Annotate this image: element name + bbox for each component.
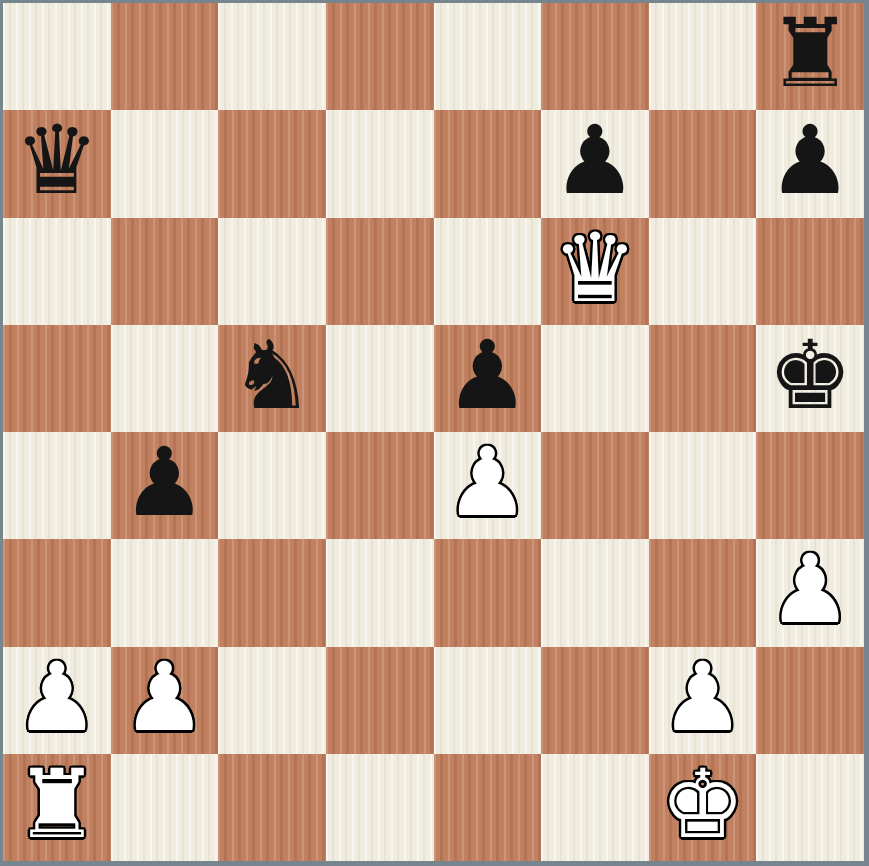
square-g6[interactable] [649,218,757,325]
square-f2[interactable] [541,647,649,754]
square-a3[interactable] [3,539,111,646]
square-b4[interactable]: ♟ [111,432,219,539]
white-pawn-icon[interactable]: ♟ [445,435,530,530]
square-d7[interactable] [326,110,434,217]
black-king-icon[interactable]: ♚ [768,328,853,423]
square-b2[interactable]: ♟ [111,647,219,754]
square-b1[interactable] [111,754,219,861]
square-c1[interactable] [218,754,326,861]
square-h3[interactable]: ♟ [756,539,864,646]
square-b8[interactable] [111,3,219,110]
white-rook-icon[interactable]: ♜ [14,757,99,852]
square-e4[interactable]: ♟ [434,432,542,539]
square-h5[interactable]: ♚ [756,325,864,432]
square-a1[interactable]: ♜ [3,754,111,861]
square-d1[interactable] [326,754,434,861]
square-h1[interactable] [756,754,864,861]
square-e7[interactable] [434,110,542,217]
white-pawn-icon[interactable]: ♟ [14,650,99,745]
square-d4[interactable] [326,432,434,539]
white-queen-icon[interactable]: ♛ [552,221,637,316]
square-d3[interactable] [326,539,434,646]
white-pawn-icon[interactable]: ♟ [768,542,853,637]
square-c6[interactable] [218,218,326,325]
square-f4[interactable] [541,432,649,539]
square-c3[interactable] [218,539,326,646]
square-e8[interactable] [434,3,542,110]
square-e2[interactable] [434,647,542,754]
black-rook-icon[interactable]: ♜ [768,6,853,101]
square-b5[interactable] [111,325,219,432]
white-pawn-icon[interactable]: ♟ [660,650,745,745]
square-h4[interactable] [756,432,864,539]
square-d5[interactable] [326,325,434,432]
black-pawn-icon[interactable]: ♟ [768,113,853,208]
square-e1[interactable] [434,754,542,861]
black-pawn-icon[interactable]: ♟ [445,328,530,423]
chess-board: ♜♛♟♟♛♞♟♚♟♟♟♟♟♟♜♚ [0,0,869,866]
square-d8[interactable] [326,3,434,110]
square-d2[interactable] [326,647,434,754]
square-c4[interactable] [218,432,326,539]
square-e6[interactable] [434,218,542,325]
square-b6[interactable] [111,218,219,325]
square-h8[interactable]: ♜ [756,3,864,110]
square-c5[interactable]: ♞ [218,325,326,432]
square-f1[interactable] [541,754,649,861]
square-c8[interactable] [218,3,326,110]
square-b3[interactable] [111,539,219,646]
square-d6[interactable] [326,218,434,325]
square-a7[interactable]: ♛ [3,110,111,217]
square-f6[interactable]: ♛ [541,218,649,325]
black-queen-icon[interactable]: ♛ [14,113,99,208]
square-f3[interactable] [541,539,649,646]
black-pawn-icon[interactable]: ♟ [122,435,207,530]
square-a4[interactable] [3,432,111,539]
white-pawn-icon[interactable]: ♟ [122,650,207,745]
square-g3[interactable] [649,539,757,646]
square-h7[interactable]: ♟ [756,110,864,217]
square-g1[interactable]: ♚ [649,754,757,861]
square-g5[interactable] [649,325,757,432]
square-a2[interactable]: ♟ [3,647,111,754]
square-a5[interactable] [3,325,111,432]
square-f5[interactable] [541,325,649,432]
square-g2[interactable]: ♟ [649,647,757,754]
black-pawn-icon[interactable]: ♟ [552,113,637,208]
square-c2[interactable] [218,647,326,754]
square-h6[interactable] [756,218,864,325]
square-a8[interactable] [3,3,111,110]
square-f7[interactable]: ♟ [541,110,649,217]
square-g4[interactable] [649,432,757,539]
square-g7[interactable] [649,110,757,217]
square-a6[interactable] [3,218,111,325]
square-g8[interactable] [649,3,757,110]
square-c7[interactable] [218,110,326,217]
square-h2[interactable] [756,647,864,754]
white-king-icon[interactable]: ♚ [660,757,745,852]
square-e5[interactable]: ♟ [434,325,542,432]
black-knight-icon[interactable]: ♞ [229,328,314,423]
square-f8[interactable] [541,3,649,110]
square-e3[interactable] [434,539,542,646]
square-b7[interactable] [111,110,219,217]
